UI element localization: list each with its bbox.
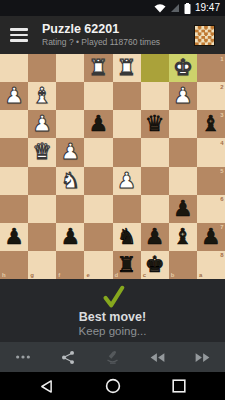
square-f8[interactable]: f xyxy=(56,251,84,279)
square-d6[interactable] xyxy=(113,195,141,223)
square-a2[interactable]: 2 xyxy=(197,82,225,110)
cellular-signal-icon xyxy=(170,3,180,13)
square-d7[interactable]: ♞ xyxy=(113,223,141,251)
analysis-button[interactable] xyxy=(90,342,135,372)
square-c8[interactable]: ♚c xyxy=(141,251,169,279)
coordinate-rank-label: 8 xyxy=(220,252,223,258)
square-a6[interactable]: 6 xyxy=(197,195,225,223)
square-a8[interactable]: 8a xyxy=(197,251,225,279)
square-e6[interactable] xyxy=(84,195,112,223)
square-c3[interactable]: ♛ xyxy=(141,110,169,138)
square-e4[interactable] xyxy=(84,138,112,166)
square-b7[interactable]: ♝ xyxy=(169,223,197,251)
square-b8[interactable]: b xyxy=(169,251,197,279)
square-c6[interactable] xyxy=(141,195,169,223)
piece-white-king[interactable]: ♚ xyxy=(169,54,197,82)
square-g4[interactable]: ♛ xyxy=(28,138,56,166)
square-a4[interactable]: 4 xyxy=(197,138,225,166)
square-f6[interactable] xyxy=(56,195,84,223)
nav-home-button[interactable] xyxy=(93,374,133,398)
fast-forward-button[interactable] xyxy=(180,342,225,372)
square-d1[interactable]: ♜ xyxy=(113,54,141,82)
square-a3[interactable]: ♝3 xyxy=(197,110,225,138)
piece-white-bishop[interactable]: ♝ xyxy=(28,82,56,110)
piece-white-pawn[interactable]: ♟ xyxy=(56,138,84,166)
square-e5[interactable] xyxy=(84,167,112,195)
wifi-icon xyxy=(154,3,166,13)
coordinate-rank-label: 2 xyxy=(220,84,223,90)
square-d2[interactable] xyxy=(113,82,141,110)
square-h7[interactable]: ♟ xyxy=(0,223,28,251)
coordinate-rank-label: 4 xyxy=(220,140,223,146)
nav-recents-icon xyxy=(172,379,186,393)
square-f2[interactable] xyxy=(56,82,84,110)
coordinate-rank-label: 1 xyxy=(220,56,223,62)
piece-white-pawn[interactable]: ♟ xyxy=(113,167,141,195)
square-g3[interactable]: ♟ xyxy=(28,110,56,138)
square-f7[interactable]: ♟ xyxy=(56,223,84,251)
header-titles: Puzzle 62201 Rating ? • Played 118760 ti… xyxy=(42,22,194,48)
piece-white-rook[interactable]: ♜ xyxy=(84,54,112,82)
piece-black-pawn[interactable]: ♟ xyxy=(84,110,112,138)
coordinate-file-label: f xyxy=(58,272,60,278)
piece-white-pawn[interactable]: ♟ xyxy=(28,110,56,138)
square-h8[interactable]: h xyxy=(0,251,28,279)
piece-white-rook[interactable]: ♜ xyxy=(113,54,141,82)
square-c1[interactable] xyxy=(141,54,169,82)
android-nav-bar xyxy=(0,372,225,400)
piece-black-pawn[interactable]: ♟ xyxy=(141,223,169,251)
square-a1[interactable]: 1 xyxy=(197,54,225,82)
square-f1[interactable] xyxy=(56,54,84,82)
share-button[interactable] xyxy=(45,342,90,372)
coordinate-file-label: b xyxy=(171,272,175,278)
checkmark-icon xyxy=(100,285,126,309)
square-h2[interactable]: ♟ xyxy=(0,82,28,110)
coordinate-rank-label: 5 xyxy=(220,168,223,174)
square-b1[interactable]: ♚ xyxy=(169,54,197,82)
battery-icon xyxy=(184,3,191,14)
piece-black-pawn[interactable]: ♟ xyxy=(169,195,197,223)
status-time: 19:47 xyxy=(195,0,220,16)
square-d4[interactable] xyxy=(113,138,141,166)
square-h6[interactable] xyxy=(0,195,28,223)
piece-white-knight[interactable]: ♞ xyxy=(56,167,84,195)
square-h1[interactable] xyxy=(0,54,28,82)
square-d5[interactable]: ♟ xyxy=(113,167,141,195)
chess-board: ♜♜♚1♟♝♟2♟♟♛♝3♛♟4♞♟5♟6♟♟♞♟♝♟7hgfe♜d♚cb8a xyxy=(0,54,225,279)
analysis-microscope-icon xyxy=(105,350,120,365)
square-h3[interactable] xyxy=(0,110,28,138)
square-h4[interactable] xyxy=(0,138,28,166)
fast-forward-icon xyxy=(195,352,210,363)
app-bar: Puzzle 62201 Rating ? • Played 118760 ti… xyxy=(0,16,225,54)
rewind-button[interactable] xyxy=(135,342,180,372)
square-b4[interactable] xyxy=(169,138,197,166)
square-e7[interactable] xyxy=(84,223,112,251)
piece-black-king[interactable]: ♚ xyxy=(141,251,169,279)
menu-icon[interactable] xyxy=(10,28,28,41)
square-f5[interactable]: ♞ xyxy=(56,167,84,195)
coordinate-file-label: h xyxy=(2,272,6,278)
square-g8[interactable]: g xyxy=(28,251,56,279)
square-e8[interactable]: e xyxy=(84,251,112,279)
more-options-icon xyxy=(15,354,31,360)
coordinate-file-label: a xyxy=(199,272,202,278)
piece-black-pawn[interactable]: ♟ xyxy=(56,223,84,251)
puzzle-toolbar xyxy=(0,342,225,372)
square-h5[interactable] xyxy=(0,167,28,195)
square-c4[interactable] xyxy=(141,138,169,166)
piece-white-pawn[interactable]: ♟ xyxy=(0,82,28,110)
square-c5[interactable] xyxy=(141,167,169,195)
feedback-title: Best move! xyxy=(79,310,146,324)
piece-white-pawn[interactable]: ♟ xyxy=(169,82,197,110)
piece-black-pawn[interactable]: ♟ xyxy=(197,223,225,251)
piece-black-bishop[interactable]: ♝ xyxy=(197,110,225,138)
feedback-subtitle: Keep going... xyxy=(79,325,147,337)
feedback-panel: Best move! Keep going... xyxy=(0,279,225,342)
coordinate-file-label: g xyxy=(30,272,34,278)
square-b3[interactable] xyxy=(169,110,197,138)
square-e3[interactable]: ♟ xyxy=(84,110,112,138)
square-b2[interactable]: ♟ xyxy=(169,82,197,110)
more-options-button[interactable] xyxy=(0,342,45,372)
nav-home-icon xyxy=(105,378,121,394)
square-g6[interactable] xyxy=(28,195,56,223)
square-e1[interactable]: ♜ xyxy=(84,54,112,82)
piece-white-queen[interactable]: ♛ xyxy=(28,138,56,166)
square-d3[interactable] xyxy=(113,110,141,138)
status-bar: 19:47 xyxy=(0,0,225,16)
square-e2[interactable] xyxy=(84,82,112,110)
puzzle-stats: Rating ? • Played 118760 times xyxy=(42,37,194,48)
nav-recents-button[interactable] xyxy=(159,374,199,398)
app-screen: 19:47 Puzzle 62201 Rating ? • Played 118… xyxy=(0,0,225,400)
share-icon xyxy=(61,350,75,365)
piece-black-bishop[interactable]: ♝ xyxy=(169,223,197,251)
piece-black-queen[interactable]: ♛ xyxy=(141,110,169,138)
square-c7[interactable]: ♟ xyxy=(141,223,169,251)
square-g1[interactable] xyxy=(28,54,56,82)
piece-black-rook[interactable]: ♜ xyxy=(113,251,141,279)
nav-back-button[interactable] xyxy=(26,374,66,398)
square-f4[interactable]: ♟ xyxy=(56,138,84,166)
square-b6[interactable]: ♟ xyxy=(169,195,197,223)
square-b5[interactable] xyxy=(169,167,197,195)
square-g5[interactable] xyxy=(28,167,56,195)
square-d8[interactable]: ♜d xyxy=(113,251,141,279)
coordinate-file-label: e xyxy=(86,272,89,278)
piece-black-pawn[interactable]: ♟ xyxy=(0,223,28,251)
square-g7[interactable] xyxy=(28,223,56,251)
square-g2[interactable]: ♝ xyxy=(28,82,56,110)
page-title: Puzzle 62201 xyxy=(42,22,194,37)
square-a7[interactable]: ♟7 xyxy=(197,223,225,251)
board-theme-icon[interactable] xyxy=(194,25,215,46)
piece-black-knight[interactable]: ♞ xyxy=(113,223,141,251)
coordinate-rank-label: 6 xyxy=(220,196,223,202)
square-c2[interactable] xyxy=(141,82,169,110)
square-a5[interactable]: 5 xyxy=(197,167,225,195)
nav-back-icon xyxy=(40,379,53,394)
rewind-icon xyxy=(150,352,165,363)
square-f3[interactable] xyxy=(56,110,84,138)
